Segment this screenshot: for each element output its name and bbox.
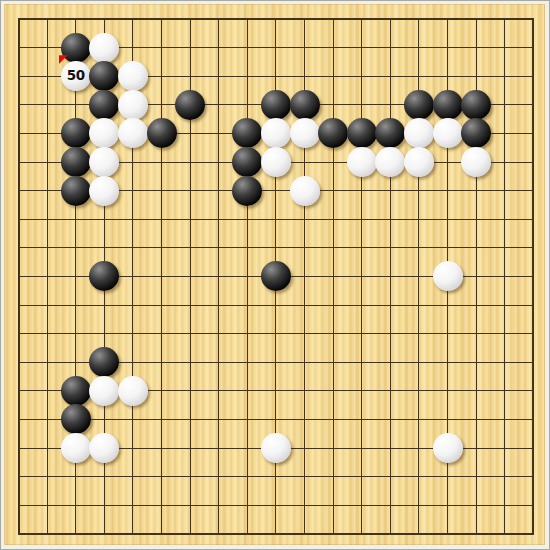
white-stone (461, 147, 491, 177)
white-stone (404, 118, 434, 148)
grid-line-horizontal (18, 419, 535, 420)
white-stone (118, 376, 148, 406)
white-stone (290, 118, 320, 148)
grid-line-horizontal (18, 533, 535, 535)
black-stone (232, 176, 262, 206)
black-stone (61, 118, 91, 148)
grid-line-vertical (532, 18, 534, 535)
white-stone (118, 90, 148, 120)
black-stone (347, 118, 377, 148)
white-stone (261, 433, 291, 463)
black-stone (175, 90, 205, 120)
black-stone (375, 118, 405, 148)
black-stone (461, 90, 491, 120)
go-board[interactable]: 50 (4, 4, 545, 545)
black-stone (404, 90, 434, 120)
white-stone (375, 147, 405, 177)
black-stone (261, 261, 291, 291)
black-stone (61, 176, 91, 206)
grid-line-horizontal (18, 476, 535, 477)
grid-line-vertical (361, 18, 362, 535)
last-move-number: 50 (61, 61, 91, 91)
white-stone (433, 261, 463, 291)
white-stone (433, 118, 463, 148)
white-stone (290, 176, 320, 206)
black-stone (61, 147, 91, 177)
grid-line-horizontal (18, 505, 535, 506)
grid-line-vertical (333, 18, 334, 535)
black-stone (290, 90, 320, 120)
white-stone (118, 118, 148, 148)
black-stone (89, 61, 119, 91)
black-stone (232, 147, 262, 177)
white-stone (89, 118, 119, 148)
grid-line-horizontal (18, 305, 535, 306)
white-stone (89, 433, 119, 463)
go-board-frame: 50 (0, 0, 550, 550)
last-move-stone: 50 (61, 61, 91, 91)
black-stone (61, 376, 91, 406)
black-stone (61, 404, 91, 434)
white-stone (118, 61, 148, 91)
white-stone (89, 33, 119, 63)
grid-line-horizontal (18, 333, 535, 334)
black-stone (147, 118, 177, 148)
white-stone (61, 433, 91, 463)
white-stone (89, 176, 119, 206)
black-stone (89, 90, 119, 120)
white-stone (347, 147, 377, 177)
black-stone (61, 33, 91, 63)
white-stone (261, 147, 291, 177)
grid-line-vertical (504, 18, 505, 535)
white-stone (89, 376, 119, 406)
black-stone (232, 118, 262, 148)
white-stone (89, 147, 119, 177)
black-stone (461, 118, 491, 148)
white-stone (261, 118, 291, 148)
grid-line-vertical (390, 18, 391, 535)
black-stone (318, 118, 348, 148)
black-stone (89, 261, 119, 291)
black-stone (261, 90, 291, 120)
black-stone (433, 90, 463, 120)
white-stone (404, 147, 434, 177)
white-stone (433, 433, 463, 463)
black-stone (89, 347, 119, 377)
